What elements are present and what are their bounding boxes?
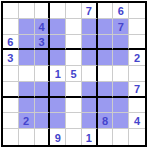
cell-r5c6[interactable] xyxy=(82,66,98,82)
cell-r2c3[interactable]: 4 xyxy=(35,19,51,35)
cell-r4c8[interactable] xyxy=(113,50,129,66)
cell-r9c5[interactable] xyxy=(66,129,82,145)
cell-r2c9[interactable] xyxy=(129,19,145,35)
cell-r7c7[interactable] xyxy=(98,98,114,114)
cell-r4c9[interactable]: 2 xyxy=(129,50,145,66)
cell-r2c1[interactable] xyxy=(3,19,19,35)
cell-r9c2[interactable] xyxy=(19,129,35,145)
cell-r6c5[interactable] xyxy=(66,82,82,98)
cell-r3c7[interactable] xyxy=(98,35,114,51)
cell-r7c8[interactable] xyxy=(113,98,129,114)
cell-r2c8[interactable]: 7 xyxy=(113,19,129,35)
cell-r9c6[interactable]: 1 xyxy=(82,129,98,145)
given-digit: 4 xyxy=(38,21,44,32)
given-digit: 1 xyxy=(55,68,61,79)
cell-r2c2[interactable] xyxy=(19,19,35,35)
cell-r3c1[interactable]: 6 xyxy=(3,35,19,51)
cell-r5c2[interactable] xyxy=(19,66,35,82)
cell-r9c7[interactable] xyxy=(98,129,114,145)
cell-r5c8[interactable] xyxy=(113,66,129,82)
cell-r3c5[interactable] xyxy=(66,35,82,51)
given-digit: 1 xyxy=(86,132,92,143)
cell-r1c9[interactable] xyxy=(129,3,145,19)
cell-r8c2[interactable]: 2 xyxy=(19,113,35,129)
given-digit: 3 xyxy=(38,36,44,47)
cell-r2c4[interactable] xyxy=(50,19,66,35)
given-digit: 3 xyxy=(7,53,13,64)
given-digit: 6 xyxy=(118,5,124,16)
cell-r9c9[interactable] xyxy=(129,129,145,145)
cell-r7c9[interactable] xyxy=(129,98,145,114)
cell-r7c3[interactable] xyxy=(35,98,51,114)
cell-r7c6[interactable] xyxy=(82,98,98,114)
given-digit: 6 xyxy=(7,36,13,47)
cell-r3c4[interactable] xyxy=(50,35,66,51)
cell-r4c3[interactable] xyxy=(35,50,51,66)
cell-r8c4[interactable] xyxy=(50,113,66,129)
given-digit: 2 xyxy=(134,53,140,64)
cell-r4c6[interactable] xyxy=(82,50,98,66)
cell-r5c7[interactable] xyxy=(98,66,114,82)
cell-r6c7[interactable] xyxy=(98,82,114,98)
cell-r9c4[interactable]: 9 xyxy=(50,129,66,145)
cell-r8c1[interactable] xyxy=(3,113,19,129)
cell-r3c2[interactable] xyxy=(19,35,35,51)
cell-r1c2[interactable] xyxy=(19,3,35,19)
cell-r9c3[interactable] xyxy=(35,129,51,145)
cell-r4c7[interactable] xyxy=(98,50,114,66)
cell-r4c5[interactable] xyxy=(66,50,82,66)
cell-r8c5[interactable] xyxy=(66,113,82,129)
cell-r1c4[interactable] xyxy=(50,3,66,19)
cell-r1c5[interactable] xyxy=(66,3,82,19)
cell-r5c1[interactable] xyxy=(3,66,19,82)
cell-r6c9[interactable]: 7 xyxy=(129,82,145,98)
given-digit: 7 xyxy=(134,84,140,95)
cell-r5c5[interactable]: 5 xyxy=(66,66,82,82)
cell-r1c8[interactable]: 6 xyxy=(113,3,129,19)
cell-r3c3[interactable]: 3 xyxy=(35,35,51,51)
cell-r2c7[interactable] xyxy=(98,19,114,35)
given-digit: 7 xyxy=(86,5,92,16)
given-digit: 9 xyxy=(55,132,61,143)
cell-r6c3[interactable] xyxy=(35,82,51,98)
cell-r3c9[interactable] xyxy=(129,35,145,51)
cell-r3c6[interactable] xyxy=(82,35,98,51)
cell-r1c7[interactable] xyxy=(98,3,114,19)
cell-r7c5[interactable] xyxy=(66,98,82,114)
cell-r2c6[interactable] xyxy=(82,19,98,35)
cell-r3c8[interactable] xyxy=(113,35,129,51)
cell-r8c3[interactable] xyxy=(35,113,51,129)
given-digit: 7 xyxy=(118,21,124,32)
cell-r9c8[interactable] xyxy=(113,129,129,145)
cell-r8c7[interactable]: 8 xyxy=(98,113,114,129)
cell-r1c6[interactable]: 7 xyxy=(82,3,98,19)
given-digit: 5 xyxy=(70,68,76,79)
cell-r6c8[interactable] xyxy=(113,82,129,98)
cell-r4c2[interactable] xyxy=(19,50,35,66)
cell-r2c5[interactable] xyxy=(66,19,82,35)
given-digit: 2 xyxy=(23,116,29,127)
cell-r8c9[interactable]: 4 xyxy=(129,113,145,129)
cell-r8c6[interactable] xyxy=(82,113,98,129)
cell-r1c3[interactable] xyxy=(35,3,51,19)
given-digit: 8 xyxy=(102,116,108,127)
cell-r5c3[interactable] xyxy=(35,66,51,82)
cell-r1c1[interactable] xyxy=(3,3,19,19)
cell-r4c4[interactable] xyxy=(50,50,66,66)
cell-r9c1[interactable] xyxy=(3,129,19,145)
cell-r6c4[interactable] xyxy=(50,82,66,98)
cell-r6c2[interactable] xyxy=(19,82,35,98)
cell-r7c1[interactable] xyxy=(3,98,19,114)
given-digit: 4 xyxy=(134,116,140,127)
cell-r6c6[interactable] xyxy=(82,82,98,98)
cell-r8c8[interactable] xyxy=(113,113,129,129)
cell-r6c1[interactable] xyxy=(3,82,19,98)
cell-r4c1[interactable]: 3 xyxy=(3,50,19,66)
hyper-sudoku-board: 7647633215728491 xyxy=(1,1,147,147)
cell-r5c4[interactable]: 1 xyxy=(50,66,66,82)
cell-r7c2[interactable] xyxy=(19,98,35,114)
cell-r5c9[interactable] xyxy=(129,66,145,82)
cell-r7c4[interactable] xyxy=(50,98,66,114)
